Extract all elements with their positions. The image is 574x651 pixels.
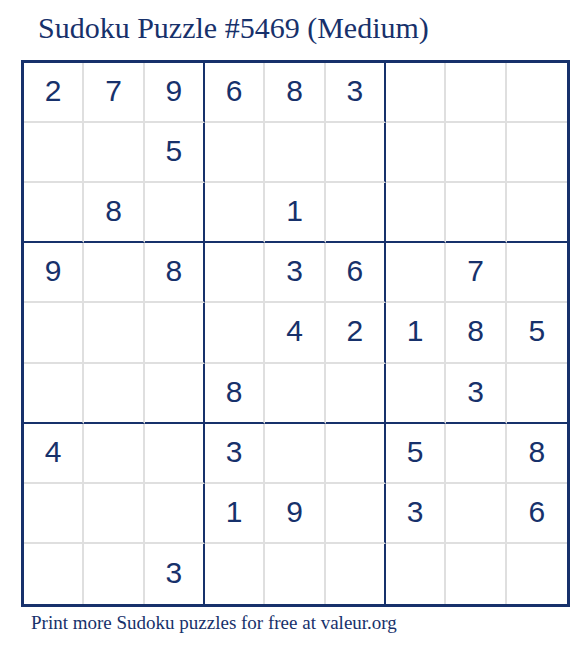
given-digit: 6 bbox=[528, 497, 545, 527]
cell-r6c3 bbox=[145, 364, 205, 424]
given-digit: 3 bbox=[346, 76, 363, 106]
cell-r4c9 bbox=[507, 243, 567, 303]
cell-r2c4 bbox=[205, 123, 265, 183]
cell-r3c2: 8 bbox=[84, 183, 144, 243]
cell-r1c7 bbox=[386, 63, 446, 123]
cell-r9c1 bbox=[24, 544, 84, 604]
cell-r5c5: 4 bbox=[265, 303, 325, 363]
cell-r8c4: 1 bbox=[205, 484, 265, 544]
cell-r3c1 bbox=[24, 183, 84, 243]
given-digit: 9 bbox=[165, 76, 182, 106]
cell-r6c7 bbox=[386, 364, 446, 424]
given-digit: 5 bbox=[407, 437, 424, 467]
given-digit: 4 bbox=[45, 437, 62, 467]
given-digit: 6 bbox=[346, 256, 363, 286]
cell-r6c4: 8 bbox=[205, 364, 265, 424]
cell-r2c8 bbox=[446, 123, 506, 183]
cell-r1c3: 9 bbox=[145, 63, 205, 123]
cell-r1c5: 8 bbox=[265, 63, 325, 123]
cell-r8c9: 6 bbox=[507, 484, 567, 544]
given-digit: 9 bbox=[286, 497, 303, 527]
given-digit: 9 bbox=[45, 256, 62, 286]
cell-r6c8: 3 bbox=[446, 364, 506, 424]
given-digit: 3 bbox=[286, 256, 303, 286]
cell-r6c9 bbox=[507, 364, 567, 424]
given-digit: 8 bbox=[165, 256, 182, 286]
page-title: Sudoku Puzzle #5469 (Medium) bbox=[38, 10, 429, 46]
cell-r4c5: 3 bbox=[265, 243, 325, 303]
cell-r2c3: 5 bbox=[145, 123, 205, 183]
given-digit: 1 bbox=[407, 316, 424, 346]
given-digit: 1 bbox=[286, 196, 303, 226]
cell-r3c8 bbox=[446, 183, 506, 243]
cell-r7c1: 4 bbox=[24, 424, 84, 484]
given-digit: 3 bbox=[165, 558, 182, 588]
given-digit: 2 bbox=[346, 316, 363, 346]
cell-r8c3 bbox=[145, 484, 205, 544]
cell-r2c9 bbox=[507, 123, 567, 183]
cell-r7c5 bbox=[265, 424, 325, 484]
cell-r1c8 bbox=[446, 63, 506, 123]
cell-r9c7 bbox=[386, 544, 446, 604]
cell-r2c6 bbox=[326, 123, 386, 183]
cell-r4c3: 8 bbox=[145, 243, 205, 303]
cell-r3c5: 1 bbox=[265, 183, 325, 243]
cell-r1c9 bbox=[507, 63, 567, 123]
cell-r3c4 bbox=[205, 183, 265, 243]
cell-r4c8: 7 bbox=[446, 243, 506, 303]
sudoku-page: Sudoku Puzzle #5469 (Medium) 27968358198… bbox=[0, 0, 574, 651]
cell-r7c9: 8 bbox=[507, 424, 567, 484]
given-digit: 4 bbox=[286, 316, 303, 346]
cell-r8c5: 9 bbox=[265, 484, 325, 544]
cell-r4c2 bbox=[84, 243, 144, 303]
cell-r5c7: 1 bbox=[386, 303, 446, 363]
given-digit: 8 bbox=[226, 377, 243, 407]
cell-r5c3 bbox=[145, 303, 205, 363]
cell-r7c2 bbox=[84, 424, 144, 484]
cell-r5c6: 2 bbox=[326, 303, 386, 363]
cell-r4c4 bbox=[205, 243, 265, 303]
given-digit: 3 bbox=[467, 377, 484, 407]
cell-r7c8 bbox=[446, 424, 506, 484]
cell-r7c4: 3 bbox=[205, 424, 265, 484]
cell-r8c1 bbox=[24, 484, 84, 544]
cell-r4c7 bbox=[386, 243, 446, 303]
sudoku-grid: 279683581983674218583435819363 bbox=[21, 60, 570, 607]
cell-r9c8 bbox=[446, 544, 506, 604]
given-digit: 8 bbox=[528, 437, 545, 467]
given-digit: 1 bbox=[226, 497, 243, 527]
cell-r9c3: 3 bbox=[145, 544, 205, 604]
cell-r5c4 bbox=[205, 303, 265, 363]
cell-r6c5 bbox=[265, 364, 325, 424]
cell-r5c9: 5 bbox=[507, 303, 567, 363]
cell-r7c3 bbox=[145, 424, 205, 484]
cell-r8c7: 3 bbox=[386, 484, 446, 544]
cell-r4c6: 6 bbox=[326, 243, 386, 303]
cell-r9c9 bbox=[507, 544, 567, 604]
cell-r2c7 bbox=[386, 123, 446, 183]
cell-r3c9 bbox=[507, 183, 567, 243]
given-digit: 8 bbox=[105, 196, 122, 226]
cell-r6c2 bbox=[84, 364, 144, 424]
given-digit: 3 bbox=[226, 437, 243, 467]
cell-r5c8: 8 bbox=[446, 303, 506, 363]
cell-r6c1 bbox=[24, 364, 84, 424]
given-digit: 8 bbox=[286, 76, 303, 106]
cell-r3c6 bbox=[326, 183, 386, 243]
cell-r8c6 bbox=[326, 484, 386, 544]
cell-r3c3 bbox=[145, 183, 205, 243]
given-digit: 3 bbox=[407, 497, 424, 527]
cell-r5c2 bbox=[84, 303, 144, 363]
cell-r4c1: 9 bbox=[24, 243, 84, 303]
given-digit: 7 bbox=[467, 256, 484, 286]
cell-r1c1: 2 bbox=[24, 63, 84, 123]
given-digit: 5 bbox=[528, 316, 545, 346]
given-digit: 6 bbox=[226, 76, 243, 106]
cell-r9c2 bbox=[84, 544, 144, 604]
cell-r3c7 bbox=[386, 183, 446, 243]
given-digit: 7 bbox=[105, 76, 122, 106]
given-digit: 8 bbox=[467, 316, 484, 346]
cell-r7c7: 5 bbox=[386, 424, 446, 484]
cell-r8c2 bbox=[84, 484, 144, 544]
cell-r9c4 bbox=[205, 544, 265, 604]
cell-r5c1 bbox=[24, 303, 84, 363]
cell-r9c6 bbox=[326, 544, 386, 604]
cell-r1c2: 7 bbox=[84, 63, 144, 123]
footer-text: Print more Sudoku puzzles for free at va… bbox=[31, 612, 397, 635]
cell-r1c4: 6 bbox=[205, 63, 265, 123]
given-digit: 5 bbox=[165, 136, 182, 166]
cell-r6c6 bbox=[326, 364, 386, 424]
cell-r8c8 bbox=[446, 484, 506, 544]
cell-r2c2 bbox=[84, 123, 144, 183]
cell-r2c1 bbox=[24, 123, 84, 183]
given-digit: 2 bbox=[45, 76, 62, 106]
cell-r7c6 bbox=[326, 424, 386, 484]
cell-r2c5 bbox=[265, 123, 325, 183]
cell-r9c5 bbox=[265, 544, 325, 604]
cell-r1c6: 3 bbox=[326, 63, 386, 123]
